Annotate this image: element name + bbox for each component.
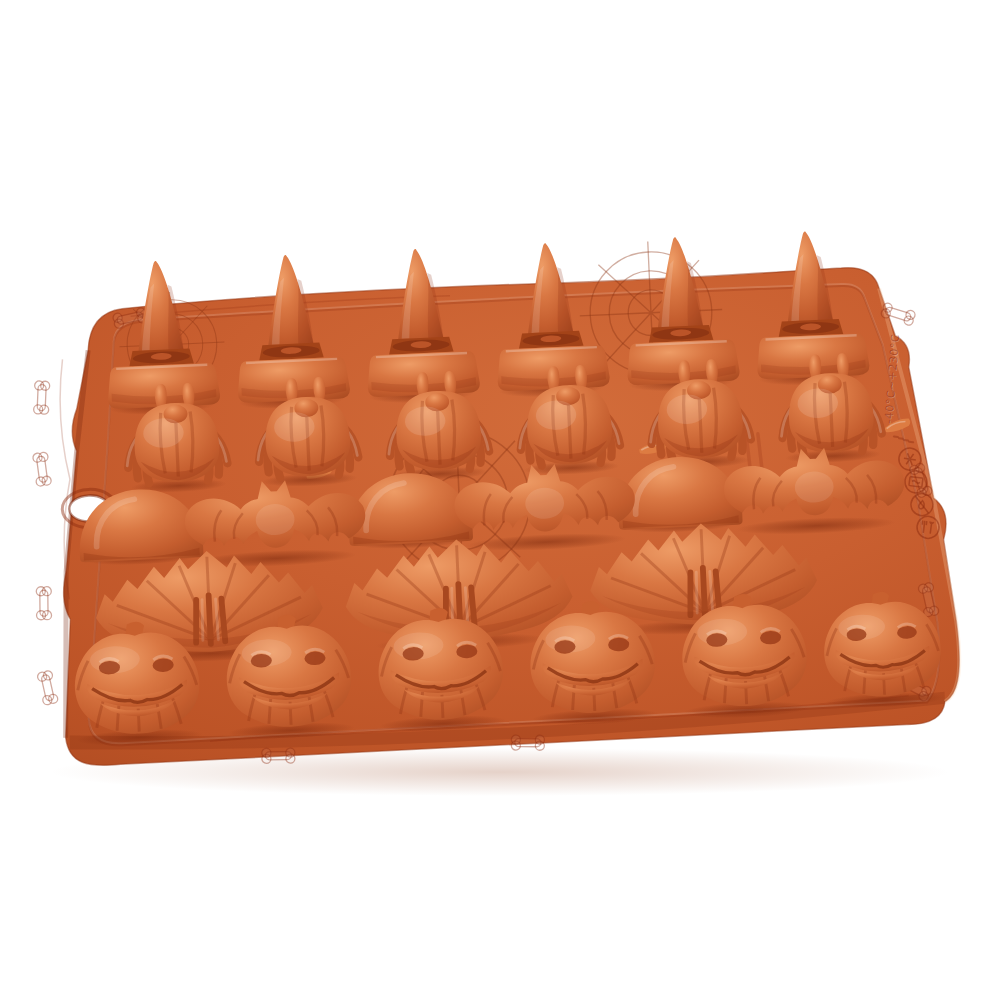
mold-photo: -40°C~+230°C -40°C~+230°C	[0, 0, 1000, 1000]
product-photo-scene: -40°C~+230°C -40°C~+230°C	[0, 0, 1000, 1000]
mold-tray: -40°C~+230°C -40°C~+230°C	[18, 225, 962, 774]
